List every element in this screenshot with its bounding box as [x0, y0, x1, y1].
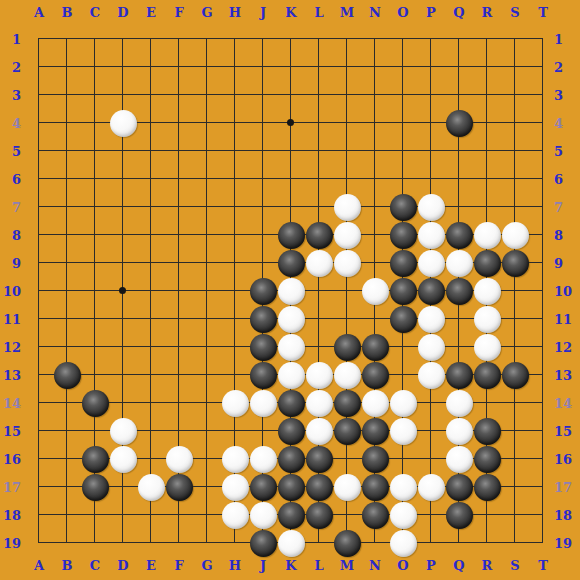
- intersection-F9[interactable]: [165, 249, 193, 277]
- intersection-M13[interactable]: [333, 361, 361, 389]
- intersection-G5[interactable]: [193, 137, 221, 165]
- intersection-M17[interactable]: [333, 473, 361, 501]
- intersection-F3[interactable]: [165, 81, 193, 109]
- intersection-D3[interactable]: [109, 81, 137, 109]
- intersection-T6[interactable]: [529, 165, 557, 193]
- intersection-C13[interactable]: [81, 361, 109, 389]
- intersection-R19[interactable]: [473, 529, 501, 557]
- intersection-S12[interactable]: [501, 333, 529, 361]
- intersection-C12[interactable]: [81, 333, 109, 361]
- intersection-K5[interactable]: [277, 137, 305, 165]
- intersection-B19[interactable]: [53, 529, 81, 557]
- intersection-J17[interactable]: [249, 473, 277, 501]
- intersection-B5[interactable]: [53, 137, 81, 165]
- intersection-R14[interactable]: [473, 389, 501, 417]
- intersection-P17[interactable]: [417, 473, 445, 501]
- intersection-E6[interactable]: [137, 165, 165, 193]
- intersection-N7[interactable]: [361, 193, 389, 221]
- intersection-Q3[interactable]: [445, 81, 473, 109]
- intersection-E4[interactable]: [137, 109, 165, 137]
- intersection-A13[interactable]: [25, 361, 53, 389]
- intersection-Q14[interactable]: [445, 389, 473, 417]
- intersection-T12[interactable]: [529, 333, 557, 361]
- intersection-R11[interactable]: [473, 305, 501, 333]
- intersection-D2[interactable]: [109, 53, 137, 81]
- intersection-J16[interactable]: [249, 445, 277, 473]
- intersection-D18[interactable]: [109, 501, 137, 529]
- intersection-C9[interactable]: [81, 249, 109, 277]
- intersection-B12[interactable]: [53, 333, 81, 361]
- intersection-O10[interactable]: [389, 277, 417, 305]
- intersection-R16[interactable]: [473, 445, 501, 473]
- intersection-Q18[interactable]: [445, 501, 473, 529]
- intersection-K1[interactable]: [277, 25, 305, 53]
- intersection-D13[interactable]: [109, 361, 137, 389]
- intersection-R12[interactable]: [473, 333, 501, 361]
- intersection-T19[interactable]: [529, 529, 557, 557]
- intersection-M10[interactable]: [333, 277, 361, 305]
- intersection-O18[interactable]: [389, 501, 417, 529]
- intersection-M15[interactable]: [333, 417, 361, 445]
- intersection-L13[interactable]: [305, 361, 333, 389]
- intersection-O2[interactable]: [389, 53, 417, 81]
- intersection-E5[interactable]: [137, 137, 165, 165]
- intersection-C15[interactable]: [81, 417, 109, 445]
- intersection-C14[interactable]: [81, 389, 109, 417]
- intersection-S16[interactable]: [501, 445, 529, 473]
- intersection-O8[interactable]: [389, 221, 417, 249]
- intersection-E12[interactable]: [137, 333, 165, 361]
- intersection-H1[interactable]: [221, 25, 249, 53]
- intersection-O11[interactable]: [389, 305, 417, 333]
- intersection-K18[interactable]: [277, 501, 305, 529]
- intersection-L7[interactable]: [305, 193, 333, 221]
- intersection-F15[interactable]: [165, 417, 193, 445]
- intersection-M11[interactable]: [333, 305, 361, 333]
- intersection-Q12[interactable]: [445, 333, 473, 361]
- intersection-G3[interactable]: [193, 81, 221, 109]
- intersection-P11[interactable]: [417, 305, 445, 333]
- intersection-Q19[interactable]: [445, 529, 473, 557]
- intersection-F11[interactable]: [165, 305, 193, 333]
- intersection-S15[interactable]: [501, 417, 529, 445]
- intersection-D12[interactable]: [109, 333, 137, 361]
- intersection-D4[interactable]: [109, 109, 137, 137]
- intersection-G4[interactable]: [193, 109, 221, 137]
- intersection-C10[interactable]: [81, 277, 109, 305]
- intersection-A7[interactable]: [25, 193, 53, 221]
- intersection-F8[interactable]: [165, 221, 193, 249]
- intersection-H6[interactable]: [221, 165, 249, 193]
- intersection-B2[interactable]: [53, 53, 81, 81]
- intersection-N8[interactable]: [361, 221, 389, 249]
- intersection-R18[interactable]: [473, 501, 501, 529]
- intersection-Q17[interactable]: [445, 473, 473, 501]
- intersection-H3[interactable]: [221, 81, 249, 109]
- intersection-H7[interactable]: [221, 193, 249, 221]
- intersection-C8[interactable]: [81, 221, 109, 249]
- intersection-P6[interactable]: [417, 165, 445, 193]
- intersection-L14[interactable]: [305, 389, 333, 417]
- intersection-Q4[interactable]: [445, 109, 473, 137]
- intersection-T11[interactable]: [529, 305, 557, 333]
- intersection-S6[interactable]: [501, 165, 529, 193]
- intersection-A4[interactable]: [25, 109, 53, 137]
- intersection-R6[interactable]: [473, 165, 501, 193]
- intersection-N5[interactable]: [361, 137, 389, 165]
- intersection-B15[interactable]: [53, 417, 81, 445]
- intersection-O15[interactable]: [389, 417, 417, 445]
- intersection-T18[interactable]: [529, 501, 557, 529]
- intersection-S5[interactable]: [501, 137, 529, 165]
- intersection-S18[interactable]: [501, 501, 529, 529]
- intersection-J5[interactable]: [249, 137, 277, 165]
- intersection-C18[interactable]: [81, 501, 109, 529]
- intersection-D8[interactable]: [109, 221, 137, 249]
- intersection-S17[interactable]: [501, 473, 529, 501]
- intersection-H16[interactable]: [221, 445, 249, 473]
- intersection-A3[interactable]: [25, 81, 53, 109]
- intersection-D5[interactable]: [109, 137, 137, 165]
- intersection-E16[interactable]: [137, 445, 165, 473]
- intersection-P13[interactable]: [417, 361, 445, 389]
- intersection-L2[interactable]: [305, 53, 333, 81]
- intersection-F1[interactable]: [165, 25, 193, 53]
- intersection-A5[interactable]: [25, 137, 53, 165]
- intersection-O5[interactable]: [389, 137, 417, 165]
- intersection-M7[interactable]: [333, 193, 361, 221]
- intersection-A9[interactable]: [25, 249, 53, 277]
- intersection-R1[interactable]: [473, 25, 501, 53]
- intersection-B1[interactable]: [53, 25, 81, 53]
- intersection-B18[interactable]: [53, 501, 81, 529]
- intersection-Q13[interactable]: [445, 361, 473, 389]
- intersection-S11[interactable]: [501, 305, 529, 333]
- intersection-P14[interactable]: [417, 389, 445, 417]
- intersection-B7[interactable]: [53, 193, 81, 221]
- intersection-Q7[interactable]: [445, 193, 473, 221]
- intersection-G1[interactable]: [193, 25, 221, 53]
- intersection-M19[interactable]: [333, 529, 361, 557]
- intersection-Q1[interactable]: [445, 25, 473, 53]
- intersection-O14[interactable]: [389, 389, 417, 417]
- intersection-M8[interactable]: [333, 221, 361, 249]
- intersection-J12[interactable]: [249, 333, 277, 361]
- intersection-A12[interactable]: [25, 333, 53, 361]
- intersection-O17[interactable]: [389, 473, 417, 501]
- intersection-N16[interactable]: [361, 445, 389, 473]
- intersection-P2[interactable]: [417, 53, 445, 81]
- intersection-N4[interactable]: [361, 109, 389, 137]
- intersection-N15[interactable]: [361, 417, 389, 445]
- intersection-G15[interactable]: [193, 417, 221, 445]
- intersection-L12[interactable]: [305, 333, 333, 361]
- intersection-P7[interactable]: [417, 193, 445, 221]
- intersection-A14[interactable]: [25, 389, 53, 417]
- intersection-Q2[interactable]: [445, 53, 473, 81]
- intersection-H4[interactable]: [221, 109, 249, 137]
- intersection-E10[interactable]: [137, 277, 165, 305]
- intersection-E2[interactable]: [137, 53, 165, 81]
- intersection-B6[interactable]: [53, 165, 81, 193]
- intersection-K10[interactable]: [277, 277, 305, 305]
- intersection-A10[interactable]: [25, 277, 53, 305]
- intersection-K9[interactable]: [277, 249, 305, 277]
- intersection-J14[interactable]: [249, 389, 277, 417]
- intersection-E19[interactable]: [137, 529, 165, 557]
- intersection-O19[interactable]: [389, 529, 417, 557]
- intersection-R15[interactable]: [473, 417, 501, 445]
- intersection-P8[interactable]: [417, 221, 445, 249]
- intersection-Q8[interactable]: [445, 221, 473, 249]
- intersection-N18[interactable]: [361, 501, 389, 529]
- intersection-Q5[interactable]: [445, 137, 473, 165]
- intersection-C19[interactable]: [81, 529, 109, 557]
- intersection-Q10[interactable]: [445, 277, 473, 305]
- intersection-M1[interactable]: [333, 25, 361, 53]
- intersection-P5[interactable]: [417, 137, 445, 165]
- intersection-R13[interactable]: [473, 361, 501, 389]
- intersection-S1[interactable]: [501, 25, 529, 53]
- intersection-G10[interactable]: [193, 277, 221, 305]
- intersection-B11[interactable]: [53, 305, 81, 333]
- intersection-K8[interactable]: [277, 221, 305, 249]
- intersection-E14[interactable]: [137, 389, 165, 417]
- intersection-J13[interactable]: [249, 361, 277, 389]
- intersection-D7[interactable]: [109, 193, 137, 221]
- intersection-K16[interactable]: [277, 445, 305, 473]
- intersection-P12[interactable]: [417, 333, 445, 361]
- intersection-F14[interactable]: [165, 389, 193, 417]
- intersection-B10[interactable]: [53, 277, 81, 305]
- intersection-L3[interactable]: [305, 81, 333, 109]
- intersection-L5[interactable]: [305, 137, 333, 165]
- intersection-R8[interactable]: [473, 221, 501, 249]
- intersection-Q15[interactable]: [445, 417, 473, 445]
- intersection-E3[interactable]: [137, 81, 165, 109]
- intersection-O4[interactable]: [389, 109, 417, 137]
- intersection-G17[interactable]: [193, 473, 221, 501]
- intersection-D6[interactable]: [109, 165, 137, 193]
- intersection-L1[interactable]: [305, 25, 333, 53]
- intersection-C3[interactable]: [81, 81, 109, 109]
- intersection-P18[interactable]: [417, 501, 445, 529]
- intersection-A16[interactable]: [25, 445, 53, 473]
- intersection-E18[interactable]: [137, 501, 165, 529]
- intersection-J9[interactable]: [249, 249, 277, 277]
- intersection-J3[interactable]: [249, 81, 277, 109]
- intersection-O9[interactable]: [389, 249, 417, 277]
- intersection-N17[interactable]: [361, 473, 389, 501]
- intersection-N3[interactable]: [361, 81, 389, 109]
- intersection-K12[interactable]: [277, 333, 305, 361]
- intersection-E8[interactable]: [137, 221, 165, 249]
- intersection-T10[interactable]: [529, 277, 557, 305]
- intersection-J8[interactable]: [249, 221, 277, 249]
- intersection-E13[interactable]: [137, 361, 165, 389]
- intersection-P19[interactable]: [417, 529, 445, 557]
- intersection-K6[interactable]: [277, 165, 305, 193]
- intersection-M2[interactable]: [333, 53, 361, 81]
- intersection-T14[interactable]: [529, 389, 557, 417]
- intersection-S2[interactable]: [501, 53, 529, 81]
- intersection-N12[interactable]: [361, 333, 389, 361]
- intersection-K2[interactable]: [277, 53, 305, 81]
- intersection-C1[interactable]: [81, 25, 109, 53]
- intersection-A8[interactable]: [25, 221, 53, 249]
- intersection-J11[interactable]: [249, 305, 277, 333]
- intersection-S14[interactable]: [501, 389, 529, 417]
- intersection-F7[interactable]: [165, 193, 193, 221]
- intersection-H9[interactable]: [221, 249, 249, 277]
- intersection-C6[interactable]: [81, 165, 109, 193]
- intersection-F4[interactable]: [165, 109, 193, 137]
- intersection-Q16[interactable]: [445, 445, 473, 473]
- intersection-T2[interactable]: [529, 53, 557, 81]
- intersection-G16[interactable]: [193, 445, 221, 473]
- intersection-H15[interactable]: [221, 417, 249, 445]
- intersection-O16[interactable]: [389, 445, 417, 473]
- intersection-P4[interactable]: [417, 109, 445, 137]
- intersection-E9[interactable]: [137, 249, 165, 277]
- intersection-L10[interactable]: [305, 277, 333, 305]
- intersection-L18[interactable]: [305, 501, 333, 529]
- intersection-A2[interactable]: [25, 53, 53, 81]
- intersection-K17[interactable]: [277, 473, 305, 501]
- intersection-O3[interactable]: [389, 81, 417, 109]
- intersection-N19[interactable]: [361, 529, 389, 557]
- intersection-G7[interactable]: [193, 193, 221, 221]
- intersection-J10[interactable]: [249, 277, 277, 305]
- intersection-K15[interactable]: [277, 417, 305, 445]
- intersection-R17[interactable]: [473, 473, 501, 501]
- intersection-F10[interactable]: [165, 277, 193, 305]
- intersection-T16[interactable]: [529, 445, 557, 473]
- intersection-D16[interactable]: [109, 445, 137, 473]
- intersection-M18[interactable]: [333, 501, 361, 529]
- intersection-Q11[interactable]: [445, 305, 473, 333]
- intersection-N10[interactable]: [361, 277, 389, 305]
- intersection-L11[interactable]: [305, 305, 333, 333]
- intersection-H5[interactable]: [221, 137, 249, 165]
- intersection-T15[interactable]: [529, 417, 557, 445]
- intersection-J2[interactable]: [249, 53, 277, 81]
- intersection-T3[interactable]: [529, 81, 557, 109]
- intersection-B13[interactable]: [53, 361, 81, 389]
- intersection-M14[interactable]: [333, 389, 361, 417]
- intersection-B8[interactable]: [53, 221, 81, 249]
- intersection-C2[interactable]: [81, 53, 109, 81]
- intersection-C17[interactable]: [81, 473, 109, 501]
- intersection-C5[interactable]: [81, 137, 109, 165]
- intersection-N6[interactable]: [361, 165, 389, 193]
- intersection-K11[interactable]: [277, 305, 305, 333]
- intersection-H8[interactable]: [221, 221, 249, 249]
- intersection-J1[interactable]: [249, 25, 277, 53]
- intersection-G13[interactable]: [193, 361, 221, 389]
- intersection-T4[interactable]: [529, 109, 557, 137]
- intersection-L8[interactable]: [305, 221, 333, 249]
- intersection-C4[interactable]: [81, 109, 109, 137]
- intersection-R3[interactable]: [473, 81, 501, 109]
- intersection-J6[interactable]: [249, 165, 277, 193]
- intersection-S10[interactable]: [501, 277, 529, 305]
- intersection-T7[interactable]: [529, 193, 557, 221]
- intersection-P10[interactable]: [417, 277, 445, 305]
- intersection-P15[interactable]: [417, 417, 445, 445]
- intersection-G11[interactable]: [193, 305, 221, 333]
- intersection-K7[interactable]: [277, 193, 305, 221]
- intersection-G2[interactable]: [193, 53, 221, 81]
- intersection-K14[interactable]: [277, 389, 305, 417]
- intersection-K3[interactable]: [277, 81, 305, 109]
- intersection-B17[interactable]: [53, 473, 81, 501]
- intersection-T1[interactable]: [529, 25, 557, 53]
- intersection-P1[interactable]: [417, 25, 445, 53]
- intersection-C7[interactable]: [81, 193, 109, 221]
- intersection-Q6[interactable]: [445, 165, 473, 193]
- intersection-G6[interactable]: [193, 165, 221, 193]
- intersection-H10[interactable]: [221, 277, 249, 305]
- intersection-A1[interactable]: [25, 25, 53, 53]
- intersection-S13[interactable]: [501, 361, 529, 389]
- intersection-O7[interactable]: [389, 193, 417, 221]
- intersection-D10[interactable]: [109, 277, 137, 305]
- intersection-J15[interactable]: [249, 417, 277, 445]
- intersection-F16[interactable]: [165, 445, 193, 473]
- intersection-M16[interactable]: [333, 445, 361, 473]
- intersection-H11[interactable]: [221, 305, 249, 333]
- intersection-A6[interactable]: [25, 165, 53, 193]
- intersection-F6[interactable]: [165, 165, 193, 193]
- intersection-T8[interactable]: [529, 221, 557, 249]
- intersection-G14[interactable]: [193, 389, 221, 417]
- intersection-N9[interactable]: [361, 249, 389, 277]
- intersection-D19[interactable]: [109, 529, 137, 557]
- intersection-O6[interactable]: [389, 165, 417, 193]
- intersection-J7[interactable]: [249, 193, 277, 221]
- intersection-E1[interactable]: [137, 25, 165, 53]
- intersection-T13[interactable]: [529, 361, 557, 389]
- intersection-E7[interactable]: [137, 193, 165, 221]
- intersection-A18[interactable]: [25, 501, 53, 529]
- intersection-A17[interactable]: [25, 473, 53, 501]
- intersection-H19[interactable]: [221, 529, 249, 557]
- intersection-B16[interactable]: [53, 445, 81, 473]
- intersection-A15[interactable]: [25, 417, 53, 445]
- intersection-D11[interactable]: [109, 305, 137, 333]
- intersection-D15[interactable]: [109, 417, 137, 445]
- intersection-H17[interactable]: [221, 473, 249, 501]
- intersection-S8[interactable]: [501, 221, 529, 249]
- intersection-J19[interactable]: [249, 529, 277, 557]
- intersection-N2[interactable]: [361, 53, 389, 81]
- intersection-M6[interactable]: [333, 165, 361, 193]
- intersection-C16[interactable]: [81, 445, 109, 473]
- intersection-F13[interactable]: [165, 361, 193, 389]
- intersection-M9[interactable]: [333, 249, 361, 277]
- intersection-S4[interactable]: [501, 109, 529, 137]
- intersection-D9[interactable]: [109, 249, 137, 277]
- intersection-N11[interactable]: [361, 305, 389, 333]
- intersection-H13[interactable]: [221, 361, 249, 389]
- intersection-R5[interactable]: [473, 137, 501, 165]
- intersection-D1[interactable]: [109, 25, 137, 53]
- intersection-F5[interactable]: [165, 137, 193, 165]
- intersection-F12[interactable]: [165, 333, 193, 361]
- intersection-T9[interactable]: [529, 249, 557, 277]
- intersection-L9[interactable]: [305, 249, 333, 277]
